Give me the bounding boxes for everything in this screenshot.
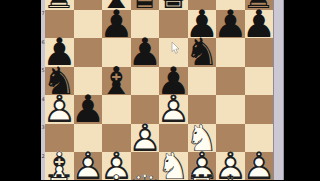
square-f6[interactable]: ♞ xyxy=(188,38,217,67)
square-f5[interactable] xyxy=(188,67,217,96)
scrollbar[interactable] xyxy=(273,0,284,180)
square-h4[interactable] xyxy=(245,95,274,124)
square-h5[interactable] xyxy=(245,67,274,96)
piece-white-rook[interactable]: ♜♖ xyxy=(41,171,77,181)
white-piece-outline: ♕ xyxy=(127,171,163,181)
square-h6[interactable] xyxy=(245,38,274,67)
square-g6[interactable] xyxy=(216,38,245,67)
piece-black-pawn[interactable]: ♟ xyxy=(70,91,106,127)
square-h7[interactable]: ♟ xyxy=(245,10,274,39)
video-frame: 765432 ♜♝♛♚♜♟♟♟♟♟♟♞♞♝♟♟♙♟♟♙♟♙♞♘♝♗♟♙♟♙♞♘♟… xyxy=(0,0,320,180)
piece-black-pawn[interactable]: ♟ xyxy=(241,6,277,42)
square-g4[interactable] xyxy=(216,95,245,124)
letterbox-left xyxy=(0,0,41,180)
piece-white-queen[interactable]: ♛♕ xyxy=(127,171,163,181)
square-h2[interactable]: ♟♙ xyxy=(245,152,274,180)
chess-board[interactable]: ♜♝♛♚♜♟♟♟♟♟♟♞♞♝♟♟♙♟♟♙♟♙♞♘♝♗♟♙♟♙♞♘♟♙♟♙♟♙♜♖… xyxy=(45,0,273,180)
black-piece-body: ♟ xyxy=(70,91,106,127)
square-a8[interactable]: ♜ xyxy=(45,0,74,10)
square-c5[interactable]: ♝ xyxy=(102,67,131,96)
square-b4[interactable]: ♟ xyxy=(74,95,103,124)
white-piece-outline: ♔ xyxy=(212,171,248,181)
piece-white-king[interactable]: ♚♔ xyxy=(212,171,248,181)
black-piece-body: ♟ xyxy=(241,6,277,42)
letterbox-right xyxy=(283,0,320,180)
square-g5[interactable] xyxy=(216,67,245,96)
mouse-cursor xyxy=(171,42,181,55)
white-piece-outline: ♖ xyxy=(41,171,77,181)
